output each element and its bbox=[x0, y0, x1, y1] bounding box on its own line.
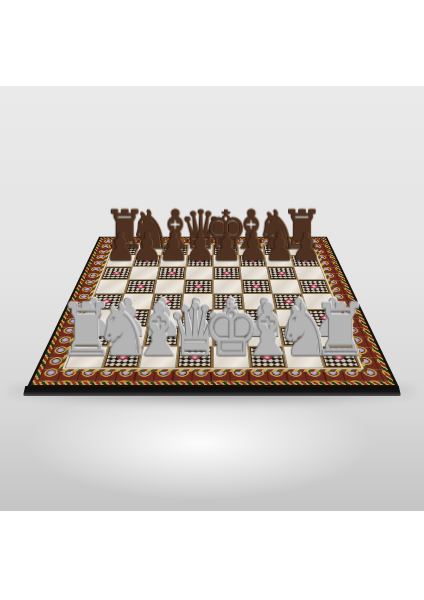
square-e7: ♟ bbox=[213, 255, 240, 267]
piece-white-rook-h1: ♜ bbox=[312, 294, 369, 367]
board-rope-band-inner: ♜♞♝♛♚♝♞♜♟♟♟♟♟♟♟♟♟♟♟♟♟♟♟♟♜♞♝♛♚♝♞♜ bbox=[57, 243, 368, 372]
square-f7: ♟ bbox=[239, 255, 267, 267]
board-inner-line: ♜♞♝♛♚♝♞♜♟♟♟♟♟♟♟♟♟♟♟♟♟♟♟♟♜♞♝♛♚♝♞♜ bbox=[62, 244, 364, 370]
piece-black-pawn-h7: ♟ bbox=[290, 227, 320, 266]
square-c7: ♟ bbox=[159, 255, 187, 267]
square-c6 bbox=[157, 267, 186, 280]
board-side-edge bbox=[23, 386, 401, 396]
square-g7: ♟ bbox=[264, 255, 293, 267]
square-b7: ♟ bbox=[132, 255, 161, 267]
square-g6 bbox=[267, 267, 298, 280]
board-medallion-band: ♜♞♝♛♚♝♞♜♟♟♟♟♟♟♟♟♟♟♟♟♟♟♟♟♜♞♝♛♚♝♞♜ bbox=[37, 239, 388, 382]
square-d6 bbox=[185, 267, 213, 280]
square-d7: ♟ bbox=[186, 255, 213, 267]
square-h7: ♟ bbox=[290, 255, 320, 267]
board-field: ♜♞♝♛♚♝♞♜♟♟♟♟♟♟♟♟♟♟♟♟♟♟♟♟♜♞♝♛♚♝♞♜ bbox=[65, 244, 362, 368]
square-a6 bbox=[100, 267, 132, 280]
square-e6 bbox=[213, 267, 241, 280]
square-b6 bbox=[128, 267, 159, 280]
square-h6 bbox=[294, 267, 326, 280]
square-f6 bbox=[240, 267, 269, 280]
square-h1: ♜ bbox=[318, 346, 362, 368]
